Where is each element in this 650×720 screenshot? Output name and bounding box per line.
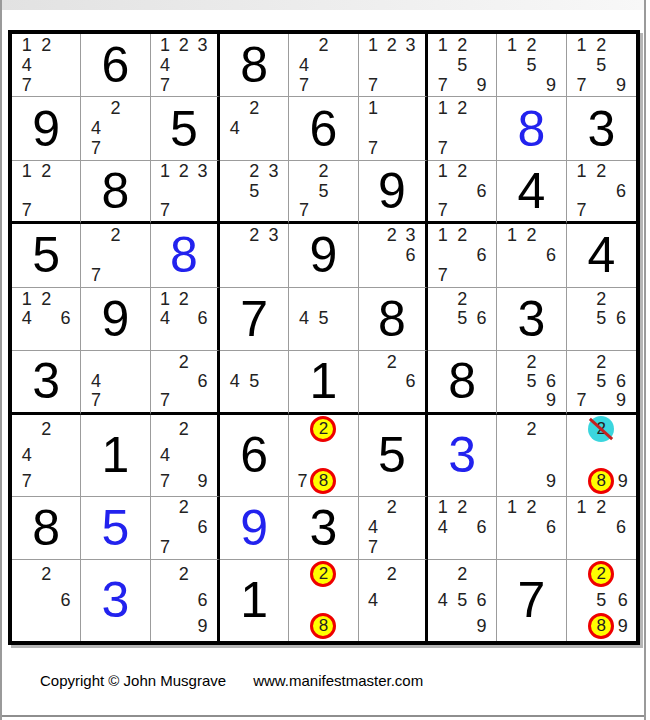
candidate-grid: 247 [12, 415, 80, 496]
candidate-grid: 235 [220, 161, 288, 221]
cell-r1c6[interactable]: 1237 [359, 34, 428, 97]
candidate-2: 2 [110, 99, 120, 117]
cell-r3c8[interactable]: 4 [497, 161, 566, 224]
cell-r2c1[interactable]: 9 [12, 97, 81, 160]
cell-r4c2[interactable]: 27 [81, 224, 150, 287]
candidate-slot-9 [472, 138, 491, 158]
candidate-7: 7 [368, 76, 378, 94]
candidate-slot-4: 4 [433, 517, 452, 537]
candidate-6: 6 [616, 518, 626, 536]
cell-r6c6[interactable]: 26 [359, 351, 428, 414]
candidate-slot-6: 6 [472, 587, 491, 613]
candidate-slot-3: 3 [401, 225, 420, 245]
candidate-grid: 26 [359, 351, 425, 411]
candidate-slot-9 [193, 328, 212, 348]
candidate-slot-6 [264, 118, 283, 138]
candidate-slot-4 [17, 587, 36, 613]
candidate-slot-5 [106, 371, 125, 390]
given-digit: 3 [497, 288, 565, 350]
cell-r9c9[interactable]: 25689 [567, 560, 636, 641]
candidate-slot-5 [452, 517, 471, 537]
candidate-slot-8 [591, 328, 611, 348]
candidate-slot-3 [611, 498, 631, 518]
cell-r9c7[interactable]: 24569 [428, 560, 497, 641]
candidate-slot-7 [17, 328, 36, 348]
candidate-slot-8 [522, 75, 541, 95]
candidate-grid: 25689 [567, 560, 636, 641]
cell-r3c5[interactable]: 257 [289, 161, 358, 224]
candidate-slot-3 [472, 162, 491, 181]
cell-r3c7[interactable]: 1267 [428, 161, 497, 224]
candidate-2-circled: 2 [310, 416, 336, 442]
candidate-slot-6: 6 [541, 517, 560, 537]
cell-r3c3[interactable]: 1237 [151, 161, 220, 224]
candidate-slot-7: 7 [17, 75, 36, 95]
candidate-slot-7 [225, 138, 244, 158]
candidate-slot-7 [502, 265, 521, 285]
given-digit: 9 [81, 288, 149, 350]
cell-r9c8[interactable]: 7 [497, 560, 566, 641]
candidate-1: 1 [577, 36, 587, 54]
candidate-slot-5: 5 [314, 181, 333, 200]
candidate-5: 5 [318, 309, 328, 327]
candidate-slot-2: 2 [522, 498, 541, 518]
cell-r6c8[interactable]: 2569 [497, 351, 566, 414]
candidate-slot-6: 6 [193, 371, 212, 390]
candidate-7: 7 [299, 201, 309, 219]
candidate-grid: 28 [289, 560, 357, 641]
page-border-left [0, 0, 2, 720]
candidate-slot-3 [56, 289, 75, 309]
candidate-slot-8 [591, 537, 611, 557]
candidate-slot-4: 4 [433, 587, 452, 613]
candidate-slot-6: 6 [541, 245, 560, 265]
cell-r9c3[interactable]: 269 [151, 560, 220, 641]
candidate-slot-9 [56, 75, 75, 95]
cell-r4c9[interactable]: 4 [567, 224, 636, 287]
cell-r3c9[interactable]: 1267 [567, 161, 636, 224]
candidate-2: 2 [179, 420, 189, 438]
candidate-slot-3 [193, 416, 212, 442]
candidate-slot-3 [401, 352, 420, 371]
candidate-slot-6 [472, 55, 491, 75]
candidate-slot-3: 3 [264, 225, 283, 245]
cell-r2c4[interactable]: 24 [220, 97, 289, 160]
cell-r8c3[interactable]: 267 [151, 497, 220, 560]
candidate-1: 1 [438, 226, 448, 244]
cell-r6c9[interactable]: 25679 [567, 351, 636, 414]
candidate-slot-5 [36, 442, 55, 468]
candidate-3: 3 [406, 36, 416, 54]
cell-r4c3[interactable]: 8 [151, 224, 220, 287]
cell-r9c4[interactable]: 1 [220, 560, 289, 641]
cell-r1c3[interactable]: 12347 [151, 34, 220, 97]
cell-r8c9[interactable]: 126 [567, 497, 636, 560]
candidate-slot-8 [174, 537, 193, 557]
candidate-2: 2 [596, 290, 606, 308]
candidate-slot-5 [522, 517, 541, 537]
cell-r3c2[interactable]: 8 [81, 161, 150, 224]
candidate-slot-2: 2 [174, 35, 193, 55]
candidate-slot-7: 7 [156, 200, 175, 219]
cell-r2c9[interactable]: 3 [567, 97, 636, 160]
cell-r6c4[interactable]: 45 [220, 351, 289, 414]
candidate-1: 1 [22, 290, 32, 308]
candidate-slot-6 [264, 245, 283, 265]
cell-r5c7[interactable]: 256 [428, 288, 497, 351]
cell-r3c6[interactable]: 9 [359, 161, 428, 224]
candidate-2: 2 [179, 36, 189, 54]
candidate-slot-2: 2 [244, 225, 263, 245]
candidate-slot-5 [174, 371, 193, 390]
candidate-slot-5: 5 [522, 55, 541, 75]
candidate-7: 7 [299, 76, 309, 94]
candidate-slot-3: 3 [193, 35, 212, 55]
cell-r6c2[interactable]: 47 [81, 351, 150, 414]
candidate-slot-2: 2 [244, 98, 263, 118]
candidate-2: 2 [596, 353, 606, 371]
solved-digit: 3 [428, 415, 496, 496]
candidate-slot-2: 2 [522, 35, 541, 55]
cell-r2c7[interactable]: 127 [428, 97, 497, 160]
candidate-slot-8 [174, 200, 193, 219]
cell-r8c7[interactable]: 1246 [428, 497, 497, 560]
candidate-3: 3 [198, 36, 208, 54]
candidate-slot-2 [382, 98, 401, 118]
candidate-slot-3 [472, 289, 491, 309]
candidate-slot-3 [333, 289, 352, 309]
candidate-slot-9 [401, 138, 420, 158]
cell-r5c6[interactable]: 8 [359, 288, 428, 351]
candidate-slot-9 [193, 75, 212, 95]
cell-r2c5[interactable]: 6 [289, 97, 358, 160]
candidate-slot-9 [264, 265, 283, 285]
cell-r7c4[interactable]: 6 [220, 415, 289, 497]
cell-r7c3[interactable]: 2479 [151, 415, 220, 497]
candidate-2: 2 [387, 36, 397, 54]
candidate-grid: 29 [497, 415, 565, 496]
given-digit: 3 [12, 351, 80, 411]
candidate-slot-2: 2 [310, 416, 336, 442]
cell-r5c4[interactable]: 7 [220, 288, 289, 351]
candidate-slot-5 [382, 55, 401, 75]
candidate-slot-7 [502, 537, 521, 557]
given-digit: 9 [359, 161, 425, 221]
candidate-6: 6 [546, 372, 556, 390]
cell-r4c5[interactable]: 9 [289, 224, 358, 287]
given-digit: 4 [567, 224, 636, 286]
candidate-slot-4 [502, 442, 521, 468]
candidate-6: 6 [477, 518, 487, 536]
cell-r9c5[interactable]: 28 [289, 560, 358, 641]
candidate-slot-8: 8 [310, 468, 336, 494]
cell-r2c2[interactable]: 247 [81, 97, 150, 160]
candidate-slot-5 [382, 245, 401, 265]
cell-r2c6[interactable]: 17 [359, 97, 428, 160]
candidate-slot-7: 7 [364, 537, 383, 557]
candidate-slot-1: 1 [17, 289, 36, 309]
cell-r5c9[interactable]: 256 [567, 288, 636, 351]
cell-r5c3[interactable]: 1246 [151, 288, 220, 351]
cell-r1c5[interactable]: 247 [289, 34, 358, 97]
candidate-slot-2: 2 [174, 561, 193, 587]
candidate-slot-7 [502, 390, 521, 409]
cell-r1c7[interactable]: 12579 [428, 34, 497, 97]
candidate-slot-4: 4 [17, 442, 36, 468]
candidate-slot-3 [541, 35, 560, 55]
candidate-grid: 2569 [497, 351, 565, 411]
given-digit: 6 [220, 415, 288, 496]
cell-r6c1[interactable]: 3 [12, 351, 81, 414]
candidate-slot-4 [156, 587, 175, 613]
candidate-6: 6 [61, 309, 71, 327]
cell-r2c8[interactable]: 8 [497, 97, 566, 160]
candidate-slot-9: 9 [193, 468, 212, 494]
cell-r8c6[interactable]: 247 [359, 497, 428, 560]
page-border-bottom [2, 715, 644, 717]
cell-r4c8[interactable]: 126 [497, 224, 566, 287]
candidate-slot-8 [174, 75, 193, 95]
candidate-slot-8 [591, 390, 611, 409]
candidate-slot-3 [56, 416, 75, 442]
cell-r7c9[interactable]: 289 [567, 415, 636, 497]
candidate-slot-4: 4 [294, 309, 313, 329]
cell-r5c8[interactable]: 3 [497, 288, 566, 351]
candidate-slot-4 [572, 181, 592, 200]
candidate-slot-7: 7 [364, 138, 383, 158]
candidate-slot-7 [572, 613, 589, 639]
candidate-slot-6 [541, 442, 560, 468]
candidate-slot-2: 2 [174, 289, 193, 309]
candidate-slot-8 [522, 537, 541, 557]
candidate-slot-4 [225, 245, 244, 265]
cell-r6c3[interactable]: 267 [151, 351, 220, 414]
candidate-slot-1: 1 [572, 498, 592, 518]
candidate-slot-5 [588, 442, 614, 468]
candidate-slot-3 [193, 561, 212, 587]
candidate-slot-9: 9 [541, 390, 560, 409]
candidate-slot-3 [401, 561, 420, 587]
candidate-2: 2 [41, 565, 51, 583]
candidate-slot-1 [294, 416, 310, 442]
candidate-slot-7: 7 [156, 468, 175, 494]
candidate-slot-5 [244, 118, 263, 138]
candidate-slot-5 [36, 309, 55, 329]
cell-r7c2[interactable]: 1 [81, 415, 150, 497]
candidate-slot-5: 5 [591, 371, 611, 390]
cell-r7c1[interactable]: 247 [12, 415, 81, 497]
cell-r1c4[interactable]: 8 [220, 34, 289, 97]
candidate-slot-9 [472, 265, 491, 285]
candidate-slot-4 [572, 55, 592, 75]
cell-r1c1[interactable]: 1247 [12, 34, 81, 97]
candidate-slot-3 [472, 98, 491, 118]
cell-r8c2[interactable]: 5 [81, 497, 150, 560]
cell-r8c8[interactable]: 126 [497, 497, 566, 560]
candidate-grid: 1259 [497, 34, 565, 96]
candidate-7: 7 [91, 391, 101, 409]
cell-r1c8[interactable]: 1259 [497, 34, 566, 97]
cell-r7c6[interactable]: 5 [359, 415, 428, 497]
cell-r2c3[interactable]: 5 [151, 97, 220, 160]
candidate-slot-7: 7 [364, 75, 383, 95]
given-digit: 7 [220, 288, 288, 350]
cell-r8c5[interactable]: 3 [289, 497, 358, 560]
candidate-slot-2: 2 [588, 416, 614, 442]
candidate-slot-6 [56, 55, 75, 75]
candidate-slot-7: 7 [572, 200, 592, 219]
cell-r7c5[interactable]: 278 [289, 415, 358, 497]
candidate-slot-8: 8 [588, 468, 614, 494]
candidate-5: 5 [249, 182, 259, 200]
candidate-slot-8 [591, 200, 611, 219]
candidate-2: 2 [110, 226, 120, 244]
candidate-slot-6 [333, 309, 352, 329]
candidate-slot-6: 6 [614, 587, 631, 613]
cell-r6c7[interactable]: 8 [428, 351, 497, 414]
candidate-slot-6: 6 [401, 245, 420, 265]
candidate-slot-1 [86, 225, 105, 245]
candidate-slot-6 [401, 587, 420, 613]
candidate-slot-3 [401, 498, 420, 518]
candidate-grid: 47 [81, 351, 149, 411]
candidate-1: 1 [507, 226, 517, 244]
candidate-slot-7: 7 [433, 200, 452, 219]
candidate-slot-5 [174, 309, 193, 329]
candidate-7: 7 [160, 201, 170, 219]
candidate-6: 6 [61, 591, 71, 609]
candidate-slot-2: 2 [106, 98, 125, 118]
candidate-2: 2 [457, 226, 467, 244]
candidate-slot-4 [572, 587, 589, 613]
candidate-slot-2 [314, 289, 333, 309]
candidate-5: 5 [596, 372, 606, 390]
candidate-slot-2: 2 [591, 498, 611, 518]
cell-r7c7[interactable]: 3 [428, 415, 497, 497]
candidate-slot-7: 7 [86, 390, 105, 409]
cell-r4c6[interactable]: 236 [359, 224, 428, 287]
candidate-slot-7: 7 [433, 75, 452, 95]
cell-r5c1[interactable]: 1246 [12, 288, 81, 351]
candidate-4: 4 [160, 309, 170, 327]
cell-r4c7[interactable]: 1267 [428, 224, 497, 287]
candidate-slot-1 [572, 352, 592, 371]
candidate-slot-3 [193, 498, 212, 518]
cell-r9c2[interactable]: 3 [81, 560, 150, 641]
candidate-slot-1: 1 [364, 35, 383, 55]
candidate-slot-6: 6 [472, 517, 491, 537]
candidate-5: 5 [318, 182, 328, 200]
candidate-slot-3 [125, 98, 144, 118]
candidate-slot-8 [382, 613, 401, 639]
candidate-slot-3 [614, 416, 631, 442]
candidate-slot-9 [264, 390, 283, 409]
candidate-4: 4 [368, 518, 378, 536]
candidate-7: 7 [22, 472, 32, 490]
solved-digit: 8 [497, 97, 565, 159]
candidate-4: 4 [299, 309, 309, 327]
candidate-1: 1 [368, 99, 378, 117]
candidate-slot-9 [333, 200, 352, 219]
cell-r5c5[interactable]: 45 [289, 288, 358, 351]
candidate-slot-5: 5 [452, 55, 471, 75]
candidate-slot-6: 6 [472, 245, 491, 265]
candidate-slot-6 [336, 587, 352, 613]
candidate-slot-8 [36, 75, 55, 95]
cell-r5c2[interactable]: 9 [81, 288, 150, 351]
cell-r3c4[interactable]: 235 [220, 161, 289, 224]
candidate-6: 6 [616, 309, 626, 327]
candidate-slot-3 [611, 352, 631, 371]
candidate-grid: 257 [289, 161, 357, 221]
candidate-7: 7 [160, 538, 170, 556]
cell-r8c1[interactable]: 8 [12, 497, 81, 560]
candidate-slot-6 [401, 55, 420, 75]
candidate-grid: 24 [220, 97, 288, 159]
candidate-slot-1: 1 [364, 98, 383, 118]
cell-r7c8[interactable]: 29 [497, 415, 566, 497]
cell-r6c5[interactable]: 1 [289, 351, 358, 414]
candidate-slot-6: 6 [611, 181, 631, 200]
cell-r1c2[interactable]: 6 [81, 34, 150, 97]
candidate-slot-3 [541, 416, 560, 442]
candidate-2: 2 [41, 290, 51, 308]
candidate-slot-7 [225, 390, 244, 409]
candidate-9: 9 [546, 391, 556, 409]
candidate-2: 2 [179, 290, 189, 308]
candidate-slot-8 [382, 537, 401, 557]
candidate-slot-1 [156, 416, 175, 442]
candidate-grid: 127 [12, 161, 80, 221]
candidate-slot-8 [522, 390, 541, 409]
candidate-slot-4: 4 [17, 309, 36, 329]
candidate-2: 2 [318, 36, 328, 54]
solved-digit: 3 [81, 560, 149, 641]
candidate-slot-2: 2 [36, 289, 55, 309]
candidate-slot-1: 1 [502, 35, 521, 55]
cell-r3c1[interactable]: 127 [12, 161, 81, 224]
candidate-slot-2: 2 [106, 225, 125, 245]
cell-r4c1[interactable]: 5 [12, 224, 81, 287]
candidate-slot-4 [364, 371, 383, 390]
candidate-slot-4 [572, 309, 592, 329]
candidate-slot-4: 4 [225, 371, 244, 390]
cell-r9c1[interactable]: 26 [12, 560, 81, 641]
candidate-slot-5 [174, 517, 193, 537]
cell-r9c6[interactable]: 24 [359, 560, 428, 641]
candidate-slot-3: 3 [401, 35, 420, 55]
candidate-slot-8 [36, 613, 55, 639]
candidate-slot-3 [472, 498, 491, 518]
cell-r4c4[interactable]: 23 [220, 224, 289, 287]
cell-r8c4[interactable]: 9 [220, 497, 289, 560]
candidate-9: 9 [618, 472, 628, 490]
candidate-2: 2 [457, 36, 467, 54]
candidate-2: 2 [596, 36, 606, 54]
candidate-slot-6: 6 [472, 309, 491, 329]
candidate-slot-1: 1 [572, 162, 592, 181]
candidate-6: 6 [616, 182, 626, 200]
cell-r1c9[interactable]: 12579 [567, 34, 636, 97]
candidate-grid: 25679 [567, 351, 636, 411]
candidate-slot-1: 1 [17, 162, 36, 181]
candidate-2: 2 [457, 565, 467, 583]
candidate-1: 1 [507, 36, 517, 54]
footer: Copyright © John Musgrave www.manifestma… [40, 672, 423, 689]
candidate-8-circled: 8 [310, 613, 336, 639]
candidate-slot-7: 7 [433, 265, 452, 285]
candidate-slot-7 [364, 265, 383, 285]
